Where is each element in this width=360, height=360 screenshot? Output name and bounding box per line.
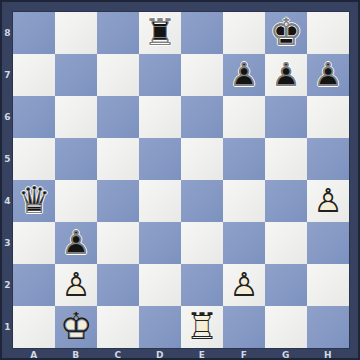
square-f8[interactable] — [223, 12, 265, 54]
square-d3[interactable] — [139, 222, 181, 264]
file-label-a: A — [13, 348, 55, 360]
square-e2[interactable] — [181, 264, 223, 306]
square-f2[interactable]: ♟♙ — [223, 264, 265, 306]
square-f3[interactable] — [223, 222, 265, 264]
square-h2[interactable] — [307, 264, 349, 306]
square-h5[interactable] — [307, 138, 349, 180]
piece-glyph-outline: ♕ — [13, 179, 55, 221]
square-a4[interactable]: ♛♕ — [13, 180, 55, 222]
square-c4[interactable] — [97, 180, 139, 222]
square-g2[interactable] — [265, 264, 307, 306]
file-label-c: C — [97, 348, 139, 360]
square-c8[interactable] — [97, 12, 139, 54]
square-c6[interactable] — [97, 96, 139, 138]
piece-glyph-outline: ♔ — [55, 305, 97, 347]
square-h1[interactable] — [307, 306, 349, 348]
square-a1[interactable] — [13, 306, 55, 348]
square-g3[interactable] — [265, 222, 307, 264]
square-e4[interactable] — [181, 180, 223, 222]
rank-label-3: 3 — [2, 222, 13, 264]
piece-black-pawn[interactable]: ♟♙ — [307, 54, 349, 96]
square-a3[interactable] — [13, 222, 55, 264]
piece-black-pawn[interactable]: ♟♙ — [265, 54, 307, 96]
square-c1[interactable] — [97, 306, 139, 348]
square-e5[interactable] — [181, 138, 223, 180]
square-g4[interactable] — [265, 180, 307, 222]
file-label-h: H — [307, 348, 349, 360]
rank-label-6: 6 — [2, 96, 13, 138]
square-e3[interactable] — [181, 222, 223, 264]
square-e1[interactable]: ♜♖ — [181, 306, 223, 348]
rank-label-4: 4 — [2, 180, 13, 222]
square-a6[interactable] — [13, 96, 55, 138]
piece-white-pawn[interactable]: ♟♙ — [223, 264, 265, 306]
rank-label-1: 1 — [2, 306, 13, 348]
square-c2[interactable] — [97, 264, 139, 306]
chess-board: ♜♖♚♔♟♙♟♙♟♙♛♕♟♙♟♙♟♙♟♙♚♔♜♖ — [13, 12, 349, 348]
board-frame: 87654321 ♜♖♚♔♟♙♟♙♟♙♛♕♟♙♟♙♟♙♟♙♚♔♜♖ ABCDEF… — [0, 0, 360, 360]
square-e8[interactable] — [181, 12, 223, 54]
piece-glyph-outline: ♙ — [223, 53, 265, 95]
square-c7[interactable] — [97, 54, 139, 96]
square-f6[interactable] — [223, 96, 265, 138]
piece-white-pawn[interactable]: ♟♙ — [307, 180, 349, 222]
square-b4[interactable] — [55, 180, 97, 222]
square-d6[interactable] — [139, 96, 181, 138]
square-f5[interactable] — [223, 138, 265, 180]
square-d8[interactable]: ♜♖ — [139, 12, 181, 54]
square-b5[interactable] — [55, 138, 97, 180]
square-h3[interactable] — [307, 222, 349, 264]
square-d2[interactable] — [139, 264, 181, 306]
file-label-b: B — [55, 348, 97, 360]
square-c3[interactable] — [97, 222, 139, 264]
square-b6[interactable] — [55, 96, 97, 138]
piece-glyph-outline: ♙ — [223, 263, 265, 305]
piece-glyph-outline: ♖ — [139, 11, 181, 53]
piece-glyph-outline: ♖ — [181, 305, 223, 347]
square-d5[interactable] — [139, 138, 181, 180]
file-label-f: F — [223, 348, 265, 360]
square-d7[interactable] — [139, 54, 181, 96]
piece-glyph-outline: ♙ — [55, 263, 97, 305]
piece-glyph-outline: ♙ — [307, 53, 349, 95]
square-g6[interactable] — [265, 96, 307, 138]
square-d4[interactable] — [139, 180, 181, 222]
square-e6[interactable] — [181, 96, 223, 138]
piece-glyph-outline: ♙ — [307, 179, 349, 221]
piece-black-queen[interactable]: ♛♕ — [13, 180, 55, 222]
piece-black-pawn[interactable]: ♟♙ — [55, 222, 97, 264]
square-h8[interactable] — [307, 12, 349, 54]
square-f1[interactable] — [223, 306, 265, 348]
rank-label-5: 5 — [2, 138, 13, 180]
square-b3[interactable]: ♟♙ — [55, 222, 97, 264]
piece-black-pawn[interactable]: ♟♙ — [223, 54, 265, 96]
square-g8[interactable]: ♚♔ — [265, 12, 307, 54]
square-a2[interactable] — [13, 264, 55, 306]
square-h4[interactable]: ♟♙ — [307, 180, 349, 222]
rank-label-2: 2 — [2, 264, 13, 306]
piece-white-rook[interactable]: ♜♖ — [181, 306, 223, 348]
square-f4[interactable] — [223, 180, 265, 222]
rank-label-8: 8 — [2, 12, 13, 54]
file-label-d: D — [139, 348, 181, 360]
square-d1[interactable] — [139, 306, 181, 348]
square-a7[interactable] — [13, 54, 55, 96]
square-c5[interactable] — [97, 138, 139, 180]
piece-glyph-outline: ♙ — [265, 53, 307, 95]
square-h7[interactable]: ♟♙ — [307, 54, 349, 96]
square-b8[interactable] — [55, 12, 97, 54]
square-b1[interactable]: ♚♔ — [55, 306, 97, 348]
square-e7[interactable] — [181, 54, 223, 96]
file-label-e: E — [181, 348, 223, 360]
square-b7[interactable] — [55, 54, 97, 96]
file-label-g: G — [265, 348, 307, 360]
square-g5[interactable] — [265, 138, 307, 180]
rank-label-7: 7 — [2, 54, 13, 96]
square-g7[interactable]: ♟♙ — [265, 54, 307, 96]
rank-labels: 87654321 — [2, 12, 13, 348]
square-g1[interactable] — [265, 306, 307, 348]
piece-white-king[interactable]: ♚♔ — [55, 306, 97, 348]
square-a8[interactable] — [13, 12, 55, 54]
piece-glyph-outline: ♙ — [55, 221, 97, 263]
file-labels: ABCDEFGH — [13, 348, 349, 360]
piece-white-pawn[interactable]: ♟♙ — [55, 264, 97, 306]
piece-glyph-outline: ♔ — [265, 11, 307, 53]
piece-black-king[interactable]: ♚♔ — [265, 12, 307, 54]
square-b2[interactable]: ♟♙ — [55, 264, 97, 306]
piece-black-rook[interactable]: ♜♖ — [139, 12, 181, 54]
square-a5[interactable] — [13, 138, 55, 180]
square-f7[interactable]: ♟♙ — [223, 54, 265, 96]
square-h6[interactable] — [307, 96, 349, 138]
